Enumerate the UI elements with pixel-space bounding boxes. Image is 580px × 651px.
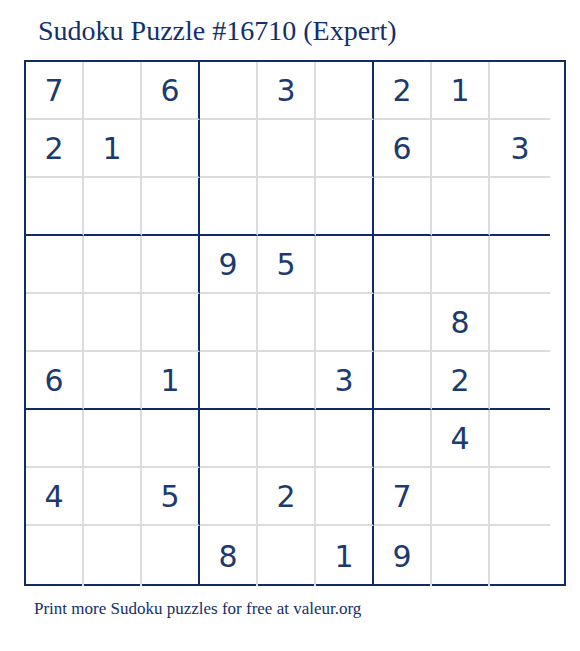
sudoku-cell-r8c2 [84,468,142,526]
sudoku-cell-r8c6 [316,468,374,526]
sudoku-cell-r2c4 [200,120,258,178]
sudoku-cell-r9c5 [258,526,316,586]
sudoku-cell-r5c4 [200,294,258,352]
sudoku-cell-r6c1: 6 [26,352,84,410]
sudoku-cell-r1c4 [200,62,258,120]
sudoku-cell-r4c2 [84,236,142,294]
sudoku-cell-r2c5 [258,120,316,178]
sudoku-cell-r7c9 [490,410,550,468]
sudoku-cell-r7c6 [316,410,374,468]
sudoku-cell-r9c6: 1 [316,526,374,586]
sudoku-cell-r5c5 [258,294,316,352]
sudoku-cell-r4c8 [432,236,490,294]
sudoku-cell-r1c1: 7 [26,62,84,120]
sudoku-cell-r5c7 [374,294,432,352]
sudoku-cell-r6c9 [490,352,550,410]
sudoku-cell-r2c8 [432,120,490,178]
sudoku-cell-r4c4: 9 [200,236,258,294]
sudoku-cell-r9c8 [432,526,490,586]
sudoku-cell-r8c7: 7 [374,468,432,526]
sudoku-cell-r6c7 [374,352,432,410]
sudoku-cell-r7c3 [142,410,200,468]
sudoku-cell-r4c5: 5 [258,236,316,294]
sudoku-cell-r1c2 [84,62,142,120]
sudoku-cell-r4c9 [490,236,550,294]
sudoku-cell-r9c1 [26,526,84,586]
sudoku-cell-r6c4 [200,352,258,410]
sudoku-cell-r9c2 [84,526,142,586]
sudoku-cell-r8c4 [200,468,258,526]
sudoku-cell-r7c1 [26,410,84,468]
sudoku-cell-r3c1 [26,178,84,236]
sudoku-cell-r2c7: 6 [374,120,432,178]
sudoku-grid: 763212163958613244527819 [24,60,566,586]
sudoku-cell-r6c8: 2 [432,352,490,410]
sudoku-cell-r2c6 [316,120,374,178]
sudoku-cell-r7c8: 4 [432,410,490,468]
sudoku-cell-r9c3 [142,526,200,586]
sudoku-cell-r4c7 [374,236,432,294]
sudoku-cell-r8c9 [490,468,550,526]
sudoku-cell-r6c5 [258,352,316,410]
sudoku-cell-r9c7: 9 [374,526,432,586]
sudoku-cell-r5c9 [490,294,550,352]
sudoku-cell-r3c4 [200,178,258,236]
sudoku-cell-r9c4: 8 [200,526,258,586]
sudoku-cell-r5c6 [316,294,374,352]
sudoku-cell-r3c9 [490,178,550,236]
sudoku-cell-r5c8: 8 [432,294,490,352]
sudoku-cell-r3c2 [84,178,142,236]
sudoku-cell-r3c5 [258,178,316,236]
sudoku-cell-r5c3 [142,294,200,352]
sudoku-cell-r7c5 [258,410,316,468]
sudoku-cell-r6c3: 1 [142,352,200,410]
sudoku-cell-r7c7 [374,410,432,468]
sudoku-cell-r9c9 [490,526,550,586]
sudoku-cell-r1c5: 3 [258,62,316,120]
sudoku-cell-r2c3 [142,120,200,178]
sudoku-cell-r5c2 [84,294,142,352]
sudoku-cell-r6c6: 3 [316,352,374,410]
sudoku-cell-r3c6 [316,178,374,236]
sudoku-cell-r6c2 [84,352,142,410]
sudoku-cell-r7c2 [84,410,142,468]
sudoku-cell-r8c5: 2 [258,468,316,526]
sudoku-cell-r1c8: 1 [432,62,490,120]
sudoku-cell-r3c7 [374,178,432,236]
page-title: Sudoku Puzzle #16710 (Expert) [38,14,580,48]
sudoku-cell-r3c3 [142,178,200,236]
footer-text: Print more Sudoku puzzles for free at va… [34,599,580,619]
sudoku-cell-r4c6 [316,236,374,294]
sudoku-cell-r4c1 [26,236,84,294]
sudoku-cell-r2c2: 1 [84,120,142,178]
sudoku-cell-r3c8 [432,178,490,236]
sudoku-cell-r5c1 [26,294,84,352]
sudoku-cell-r2c9: 3 [490,120,550,178]
sudoku-cell-r1c3: 6 [142,62,200,120]
sudoku-cell-r8c8 [432,468,490,526]
sudoku-cell-r1c7: 2 [374,62,432,120]
sudoku-cell-r1c6 [316,62,374,120]
sudoku-cell-r4c3 [142,236,200,294]
sudoku-cell-r2c1: 2 [26,120,84,178]
sudoku-cell-r8c1: 4 [26,468,84,526]
sudoku-cell-r8c3: 5 [142,468,200,526]
sudoku-cell-r7c4 [200,410,258,468]
sudoku-cell-r1c9 [490,62,550,120]
